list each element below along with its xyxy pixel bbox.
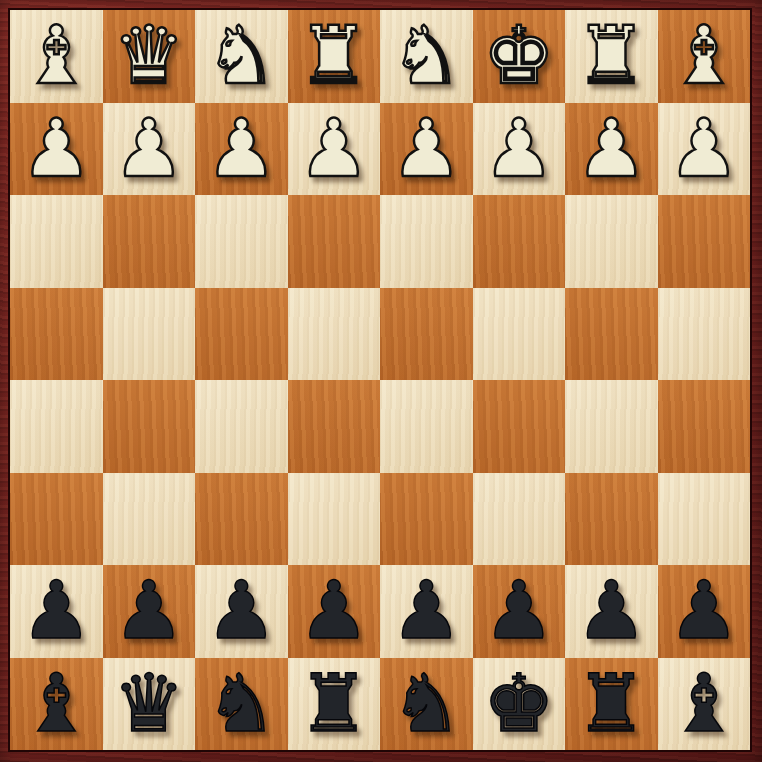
piece-black-rook[interactable]: ♜ [575, 658, 647, 750]
square-r3c4[interactable] [288, 195, 381, 288]
square-r2c2[interactable]: ♟ [103, 103, 196, 196]
piece-black-pawn[interactable]: ♟ [668, 565, 740, 657]
square-r1c8[interactable]: ♝ [658, 10, 751, 103]
square-r3c7[interactable] [565, 195, 658, 288]
square-r5c2[interactable] [103, 380, 196, 473]
piece-white-pawn[interactable]: ♟ [113, 103, 185, 195]
piece-white-pawn[interactable]: ♟ [575, 103, 647, 195]
square-r6c3[interactable] [195, 473, 288, 566]
square-r7c3[interactable]: ♟ [195, 565, 288, 658]
piece-black-knight[interactable]: ♞ [390, 658, 462, 750]
piece-white-pawn[interactable]: ♟ [483, 103, 555, 195]
board-frame: ♝♛♞♜♞♚♜♝♟♟♟♟♟♟♟♟♟♟♟♟♟♟♟♟♝♛♞♜♞♚♜♝ [0, 0, 762, 762]
square-r6c6[interactable] [473, 473, 566, 566]
square-r5c6[interactable] [473, 380, 566, 473]
piece-white-pawn[interactable]: ♟ [668, 103, 740, 195]
piece-white-rook[interactable]: ♜ [575, 10, 647, 102]
piece-black-queen[interactable]: ♛ [113, 658, 185, 750]
piece-white-knight[interactable]: ♞ [205, 10, 277, 102]
square-r4c4[interactable] [288, 288, 381, 381]
square-r7c2[interactable]: ♟ [103, 565, 196, 658]
piece-black-pawn[interactable]: ♟ [20, 565, 92, 657]
piece-black-king[interactable]: ♚ [483, 658, 555, 750]
piece-black-bishop[interactable]: ♝ [668, 658, 740, 750]
square-r4c8[interactable] [658, 288, 751, 381]
square-r2c8[interactable]: ♟ [658, 103, 751, 196]
square-r2c5[interactable]: ♟ [380, 103, 473, 196]
square-r6c1[interactable] [10, 473, 103, 566]
square-r2c6[interactable]: ♟ [473, 103, 566, 196]
piece-white-bishop[interactable]: ♝ [668, 10, 740, 102]
square-r8c4[interactable]: ♜ [288, 658, 381, 751]
square-r7c1[interactable]: ♟ [10, 565, 103, 658]
square-r1c2[interactable]: ♛ [103, 10, 196, 103]
piece-white-pawn[interactable]: ♟ [298, 103, 370, 195]
square-r5c7[interactable] [565, 380, 658, 473]
square-r8c2[interactable]: ♛ [103, 658, 196, 751]
square-r8c1[interactable]: ♝ [10, 658, 103, 751]
piece-white-pawn[interactable]: ♟ [20, 103, 92, 195]
piece-black-knight[interactable]: ♞ [205, 658, 277, 750]
square-r3c6[interactable] [473, 195, 566, 288]
square-r4c6[interactable] [473, 288, 566, 381]
square-r1c6[interactable]: ♚ [473, 10, 566, 103]
square-r4c2[interactable] [103, 288, 196, 381]
square-r1c7[interactable]: ♜ [565, 10, 658, 103]
square-r7c6[interactable]: ♟ [473, 565, 566, 658]
square-r3c3[interactable] [195, 195, 288, 288]
piece-white-bishop[interactable]: ♝ [20, 10, 92, 102]
square-r7c7[interactable]: ♟ [565, 565, 658, 658]
square-r4c7[interactable] [565, 288, 658, 381]
square-r2c1[interactable]: ♟ [10, 103, 103, 196]
square-r4c1[interactable] [10, 288, 103, 381]
square-r4c5[interactable] [380, 288, 473, 381]
square-r7c8[interactable]: ♟ [658, 565, 751, 658]
square-r5c3[interactable] [195, 380, 288, 473]
square-r8c5[interactable]: ♞ [380, 658, 473, 751]
square-r5c4[interactable] [288, 380, 381, 473]
piece-white-pawn[interactable]: ♟ [390, 103, 462, 195]
piece-white-knight[interactable]: ♞ [390, 10, 462, 102]
square-r6c4[interactable] [288, 473, 381, 566]
piece-black-bishop[interactable]: ♝ [20, 658, 92, 750]
piece-white-king[interactable]: ♚ [483, 10, 555, 102]
piece-black-pawn[interactable]: ♟ [483, 565, 555, 657]
square-r8c3[interactable]: ♞ [195, 658, 288, 751]
square-r7c4[interactable]: ♟ [288, 565, 381, 658]
square-r3c1[interactable] [10, 195, 103, 288]
square-r2c3[interactable]: ♟ [195, 103, 288, 196]
square-r3c2[interactable] [103, 195, 196, 288]
piece-black-pawn[interactable]: ♟ [113, 565, 185, 657]
square-r6c5[interactable] [380, 473, 473, 566]
square-r8c6[interactable]: ♚ [473, 658, 566, 751]
square-r8c8[interactable]: ♝ [658, 658, 751, 751]
square-r5c8[interactable] [658, 380, 751, 473]
square-r5c1[interactable] [10, 380, 103, 473]
square-r1c3[interactable]: ♞ [195, 10, 288, 103]
piece-white-rook[interactable]: ♜ [298, 10, 370, 102]
piece-black-pawn[interactable]: ♟ [298, 565, 370, 657]
square-r1c5[interactable]: ♞ [380, 10, 473, 103]
square-r7c5[interactable]: ♟ [380, 565, 473, 658]
piece-black-pawn[interactable]: ♟ [205, 565, 277, 657]
square-r2c4[interactable]: ♟ [288, 103, 381, 196]
piece-white-pawn[interactable]: ♟ [205, 103, 277, 195]
square-r8c7[interactable]: ♜ [565, 658, 658, 751]
square-r5c5[interactable] [380, 380, 473, 473]
square-r6c7[interactable] [565, 473, 658, 566]
chess-board: ♝♛♞♜♞♚♜♝♟♟♟♟♟♟♟♟♟♟♟♟♟♟♟♟♝♛♞♜♞♚♜♝ [10, 10, 750, 750]
piece-black-pawn[interactable]: ♟ [390, 565, 462, 657]
square-r6c2[interactable] [103, 473, 196, 566]
piece-white-queen[interactable]: ♛ [113, 10, 185, 102]
square-r3c5[interactable] [380, 195, 473, 288]
square-r1c4[interactable]: ♜ [288, 10, 381, 103]
square-r3c8[interactable] [658, 195, 751, 288]
square-r6c8[interactable] [658, 473, 751, 566]
square-r2c7[interactable]: ♟ [565, 103, 658, 196]
piece-black-pawn[interactable]: ♟ [575, 565, 647, 657]
piece-black-rook[interactable]: ♜ [298, 658, 370, 750]
square-r1c1[interactable]: ♝ [10, 10, 103, 103]
square-r4c3[interactable] [195, 288, 288, 381]
